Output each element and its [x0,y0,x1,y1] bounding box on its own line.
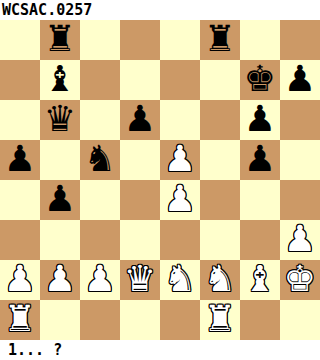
square-b4[interactable]: ♟ [40,180,80,220]
square-g8[interactable] [240,20,280,60]
piece-white-knight: ♞ [204,260,236,299]
square-e2[interactable]: ♞ [160,260,200,300]
square-c8[interactable] [80,20,120,60]
square-b8[interactable]: ♜ [40,20,80,60]
piece-black-pawn: ♟ [284,60,316,99]
square-d4[interactable] [120,180,160,220]
square-e4[interactable]: ♟ [160,180,200,220]
square-c6[interactable] [80,100,120,140]
square-b3[interactable] [40,220,80,260]
square-b6[interactable]: ♛ [40,100,80,140]
piece-white-knight: ♞ [164,260,196,299]
square-c7[interactable] [80,60,120,100]
square-g2[interactable]: ♝ [240,260,280,300]
square-b7[interactable]: ♝ [40,60,80,100]
square-c1[interactable] [80,300,120,340]
piece-black-pawn: ♟ [244,140,276,179]
square-g4[interactable] [240,180,280,220]
square-b1[interactable] [40,300,80,340]
piece-white-rook: ♜ [204,300,236,339]
square-a1[interactable]: ♜ [0,300,40,340]
square-h4[interactable] [280,180,320,220]
piece-black-rook: ♜ [44,20,76,59]
piece-white-pawn: ♟ [164,180,196,219]
square-b2[interactable]: ♟ [40,260,80,300]
square-h7[interactable]: ♟ [280,60,320,100]
square-h8[interactable] [280,20,320,60]
square-c2[interactable]: ♟ [80,260,120,300]
square-h6[interactable] [280,100,320,140]
square-g6[interactable]: ♟ [240,100,280,140]
square-c5[interactable]: ♞ [80,140,120,180]
square-e6[interactable] [160,100,200,140]
square-a4[interactable] [0,180,40,220]
square-d5[interactable] [120,140,160,180]
piece-black-pawn: ♟ [124,100,156,139]
square-f4[interactable] [200,180,240,220]
square-f3[interactable] [200,220,240,260]
square-h5[interactable] [280,140,320,180]
piece-black-rook: ♜ [204,20,236,59]
square-g3[interactable] [240,220,280,260]
square-f8[interactable]: ♜ [200,20,240,60]
piece-white-pawn: ♟ [284,220,316,259]
piece-black-pawn: ♟ [244,100,276,139]
puzzle-title: WCSAC.0257 [0,0,92,20]
piece-white-rook: ♜ [4,300,36,339]
square-d8[interactable] [120,20,160,60]
square-d1[interactable] [120,300,160,340]
piece-white-pawn: ♟ [44,260,76,299]
piece-black-pawn: ♟ [4,140,36,179]
square-c4[interactable] [80,180,120,220]
piece-white-king: ♚ [284,260,316,299]
piece-black-pawn: ♟ [44,180,76,219]
square-b5[interactable] [40,140,80,180]
square-e5[interactable]: ♟ [160,140,200,180]
piece-white-queen: ♛ [124,260,156,299]
piece-black-king: ♚ [244,60,276,99]
piece-white-bishop: ♝ [244,260,276,299]
chess-board: ♜♜♝♚♟♛♟♟♟♞♟♟♟♟♟♟♟♟♛♞♞♝♚♜♜ [0,20,320,340]
square-f7[interactable] [200,60,240,100]
square-a3[interactable] [0,220,40,260]
square-h2[interactable]: ♚ [280,260,320,300]
move-prompt-bar: 1... ? [0,340,320,360]
piece-white-pawn: ♟ [4,260,36,299]
square-d7[interactable] [120,60,160,100]
square-d2[interactable]: ♛ [120,260,160,300]
square-g5[interactable]: ♟ [240,140,280,180]
piece-white-pawn: ♟ [164,140,196,179]
square-d6[interactable]: ♟ [120,100,160,140]
square-h3[interactable]: ♟ [280,220,320,260]
square-f1[interactable]: ♜ [200,300,240,340]
square-e1[interactable] [160,300,200,340]
square-f5[interactable] [200,140,240,180]
square-e3[interactable] [160,220,200,260]
square-a2[interactable]: ♟ [0,260,40,300]
square-e7[interactable] [160,60,200,100]
piece-white-pawn: ♟ [84,260,116,299]
square-a8[interactable] [0,20,40,60]
square-h1[interactable] [280,300,320,340]
square-f6[interactable] [200,100,240,140]
square-f2[interactable]: ♞ [200,260,240,300]
piece-black-knight: ♞ [84,140,116,179]
square-g7[interactable]: ♚ [240,60,280,100]
square-c3[interactable] [80,220,120,260]
square-g1[interactable] [240,300,280,340]
title-bar: WCSAC.0257 [0,0,320,20]
square-d3[interactable] [120,220,160,260]
square-a7[interactable] [0,60,40,100]
square-e8[interactable] [160,20,200,60]
square-a6[interactable] [0,100,40,140]
move-prompt: 1... ? [0,340,62,360]
piece-black-queen: ♛ [44,100,76,139]
square-a5[interactable]: ♟ [0,140,40,180]
piece-black-bishop: ♝ [44,60,76,99]
